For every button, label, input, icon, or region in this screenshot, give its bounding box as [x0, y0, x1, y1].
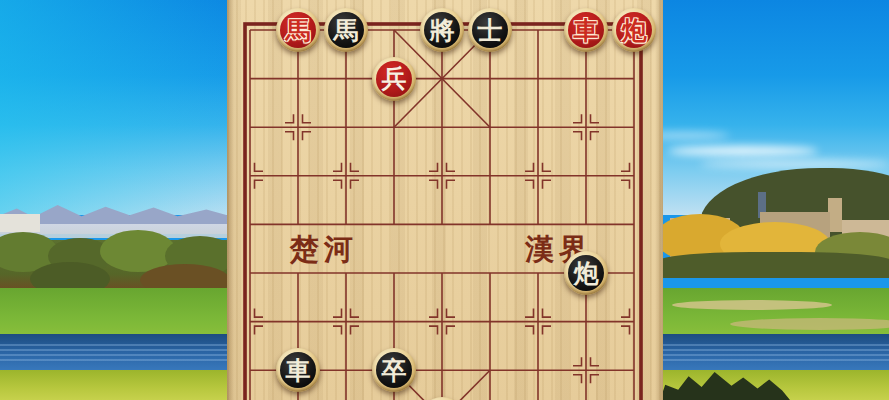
piece-face: 兵	[376, 61, 412, 97]
piece-red-soldier[interactable]: 兵	[372, 57, 416, 101]
piece-face: 車	[280, 352, 316, 388]
piece-face: 炮	[616, 12, 652, 48]
piece-black-advisor[interactable]: 士	[468, 8, 512, 52]
piece-glyph: 炮	[622, 18, 647, 43]
piece-red-chariot[interactable]: 車	[564, 8, 608, 52]
piece-black-horse[interactable]: 馬	[324, 8, 368, 52]
xiangqi-board[interactable]: 楚河 漢界 馬馬將士車炮兵炮車卒	[227, 0, 663, 400]
tower	[828, 198, 842, 232]
piece-glyph: 卒	[382, 358, 407, 383]
piece-black-soldier[interactable]: 卒	[372, 348, 416, 392]
piece-face: 卒	[376, 352, 412, 388]
piece-glyph: 車	[286, 358, 311, 383]
piece-black-general[interactable]: 將	[420, 8, 464, 52]
building	[0, 214, 40, 232]
tree-band	[655, 252, 889, 278]
piece-face: 馬	[280, 12, 316, 48]
piece-face: 士	[472, 12, 508, 48]
piece-black-chariot[interactable]: 車	[276, 348, 320, 392]
piece-glyph: 車	[574, 18, 599, 43]
piece-glyph: 馬	[334, 18, 359, 43]
cloud	[668, 146, 818, 156]
piece-face: 車	[568, 12, 604, 48]
piece-face: 將	[424, 12, 460, 48]
piece-face: 馬	[328, 12, 364, 48]
piece-glyph: 馬	[286, 18, 311, 43]
piece-glyph: 炮	[574, 261, 599, 286]
sand-bunker	[672, 300, 832, 310]
piece-black-cannon[interactable]: 炮	[564, 251, 608, 295]
piece-red-horse[interactable]: 馬	[276, 8, 320, 52]
piece-glyph: 兵	[382, 66, 407, 91]
piece-face: 炮	[568, 255, 604, 291]
piece-glyph: 將	[430, 18, 455, 43]
piece-glyph: 士	[478, 18, 503, 43]
piece-red-cannon[interactable]: 炮	[612, 8, 656, 52]
cloud	[700, 160, 889, 168]
board-grid	[227, 0, 663, 400]
river-label-chu-he: 楚河	[279, 232, 369, 266]
xiangqi-app-screen: 楚河 漢界 馬馬將士車炮兵炮車卒	[0, 0, 889, 400]
